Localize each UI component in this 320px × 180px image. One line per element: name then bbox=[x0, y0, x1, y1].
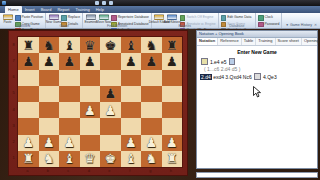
move-now-button[interactable]: Move Now bbox=[98, 14, 109, 24]
examine-button[interactable]: Examine bbox=[85, 14, 96, 24]
square-e2[interactable] bbox=[100, 135, 121, 151]
chess-board: 87654321 ♜♞♝♛♚♝♞♜♟♟♟♟♟♟♟♟♟♟♟♟♟♟♟♟♜♞♝♛♚♝♞… bbox=[8, 30, 188, 176]
move-line-current: 2.d4 exd4 3.Qxd4 Nc6 4.Qe3 bbox=[200, 73, 317, 81]
square-g6[interactable] bbox=[141, 70, 162, 86]
square-e3[interactable] bbox=[100, 118, 121, 134]
square-c6[interactable] bbox=[59, 70, 80, 86]
square-c2[interactable]: ♟ bbox=[59, 135, 80, 151]
square-h3[interactable] bbox=[162, 118, 183, 134]
panel-tab-training[interactable]: Training bbox=[256, 38, 275, 45]
square-a8[interactable]: ♜ bbox=[18, 37, 39, 53]
white-rook: ♜ bbox=[22, 152, 34, 165]
quick-access-toolbar bbox=[95, 1, 113, 5]
repertoire-database-button[interactable]: Repertoire Database bbox=[111, 15, 149, 21]
board-squares: ♜♞♝♛♚♝♞♜♟♟♟♟♟♟♟♟♟♟♟♟♟♟♟♟♜♞♝♛♚♝♞♜ bbox=[17, 36, 183, 168]
paste-position-button[interactable]: Paste Position bbox=[15, 15, 43, 21]
white-pawn: ♟ bbox=[84, 104, 96, 117]
square-h4[interactable] bbox=[162, 102, 183, 118]
move-text-opening[interactable]: 1.e4 e5 bbox=[210, 59, 227, 65]
square-e4[interactable]: ♟ bbox=[100, 102, 121, 118]
square-g7[interactable]: ♟ bbox=[141, 53, 162, 69]
square-a7[interactable]: ♟ bbox=[18, 53, 39, 69]
qat-save-icon[interactable] bbox=[95, 1, 99, 5]
ribbon-group-label: Engines bbox=[152, 24, 218, 28]
white-pawn: ♟ bbox=[104, 104, 116, 117]
square-d5[interactable] bbox=[80, 86, 101, 102]
square-a6[interactable] bbox=[18, 70, 39, 86]
rank-label-4: 4 bbox=[10, 101, 17, 117]
square-b5[interactable] bbox=[39, 86, 60, 102]
ribbon-group-find-position: ExamineMove NowRepertoire DatabaseAnnota… bbox=[83, 13, 152, 28]
black-bishop: ♝ bbox=[125, 39, 137, 52]
small-button-label: Paste Position bbox=[22, 16, 44, 19]
clock-icon bbox=[258, 15, 264, 21]
square-e5[interactable]: ♟ bbox=[100, 86, 121, 102]
white-pawn: ♟ bbox=[125, 136, 137, 149]
game-history-label: Game History bbox=[290, 23, 312, 27]
square-e7[interactable] bbox=[100, 53, 121, 69]
white-pawn: ♟ bbox=[166, 136, 178, 149]
ribbon-group-items: Repertoire DatabaseAnnotated DatabaseIn … bbox=[111, 14, 149, 24]
file-labels: abcdefgh bbox=[17, 167, 181, 175]
square-h8[interactable]: ♜ bbox=[162, 37, 183, 53]
square-d7[interactable]: ♟ bbox=[80, 53, 101, 69]
switch-off-icon bbox=[180, 15, 186, 21]
square-a2[interactable]: ♟ bbox=[18, 135, 39, 151]
repertoire-icon bbox=[111, 15, 117, 21]
square-b2[interactable]: ♟ bbox=[39, 135, 60, 151]
panel-tab-notation[interactable]: Notation bbox=[197, 38, 218, 45]
black-pawn: ♟ bbox=[84, 55, 96, 68]
switch-off-engine-button: Switch Off Engine bbox=[180, 15, 216, 21]
file-label-h: h bbox=[161, 167, 182, 175]
square-f5[interactable] bbox=[121, 86, 142, 102]
notation-panel: Notation + Opening Book NotationReferenc… bbox=[196, 30, 318, 169]
square-c1[interactable]: ♝ bbox=[59, 151, 80, 167]
square-f1[interactable]: ♝ bbox=[121, 151, 142, 167]
edit-data-icon bbox=[221, 15, 227, 21]
ribbon-tab-training[interactable]: Training bbox=[72, 6, 92, 13]
replace-button[interactable]: Replace bbox=[61, 15, 80, 21]
ribbon-group-game: New GameReplaceDetailsGame bbox=[46, 13, 83, 28]
ribbon-group-label: Game bbox=[46, 24, 82, 28]
paste-button[interactable]: Paste bbox=[2, 14, 13, 24]
square-b6[interactable] bbox=[39, 70, 60, 86]
white-bishop: ♝ bbox=[63, 152, 75, 165]
game-header: Enter New Game bbox=[197, 49, 317, 55]
edit-game-data-button[interactable]: Edit Game Data bbox=[221, 15, 253, 21]
small-button-label: Repertoire Database bbox=[118, 16, 149, 19]
move-line-main: 1.e4 e5 bbox=[200, 58, 317, 66]
square-f2[interactable]: ♟ bbox=[121, 135, 142, 151]
square-c8[interactable]: ♝ bbox=[59, 37, 80, 53]
black-pawn: ♟ bbox=[104, 87, 116, 100]
black-pawn: ♟ bbox=[145, 55, 157, 68]
black-king: ♚ bbox=[104, 39, 116, 52]
rank-label-1: 1 bbox=[10, 150, 17, 166]
panel-tab-score-sheet[interactable]: Score sheet bbox=[276, 38, 302, 45]
small-button-label: Password bbox=[265, 23, 280, 26]
square-f4[interactable] bbox=[121, 102, 142, 118]
black-rook: ♜ bbox=[22, 39, 34, 52]
panel-tab-bar: NotationReferenceTableTrainingScore shee… bbox=[197, 38, 317, 46]
black-queen: ♛ bbox=[84, 39, 96, 52]
square-b8[interactable]: ♞ bbox=[39, 37, 60, 53]
qat-undo-icon[interactable] bbox=[102, 1, 106, 5]
paste-position-icon bbox=[15, 15, 21, 21]
square-d6[interactable] bbox=[80, 70, 101, 86]
square-h7[interactable]: ♟ bbox=[162, 53, 183, 69]
ribbon-group-items: ReplaceDetails bbox=[61, 14, 80, 24]
black-pawn: ♟ bbox=[22, 55, 34, 68]
white-rook: ♜ bbox=[166, 152, 178, 165]
square-c3[interactable] bbox=[59, 118, 80, 134]
rank-labels: 87654321 bbox=[10, 36, 17, 166]
rank-label-7: 7 bbox=[10, 52, 17, 68]
black-knight: ♞ bbox=[145, 39, 157, 52]
ribbon-tab-report[interactable]: Report bbox=[54, 6, 72, 13]
notation-moves: 1.e4 e5 ( 1...c6 2.d4 d5 ) 2.d4 exd4 3.Q… bbox=[197, 58, 317, 81]
close-icon[interactable]: ✕ bbox=[314, 23, 317, 27]
white-king: ♚ bbox=[104, 152, 116, 165]
ribbon-group-label: Clipboard bbox=[0, 24, 45, 28]
square-a4[interactable] bbox=[18, 102, 39, 118]
panel-tab-reference[interactable]: Reference bbox=[218, 38, 241, 45]
square-d3[interactable] bbox=[80, 118, 101, 134]
square-d4[interactable]: ♟ bbox=[80, 102, 101, 118]
black-pawn: ♟ bbox=[43, 55, 55, 68]
square-c5[interactable] bbox=[59, 86, 80, 102]
new-game-button[interactable]: New Game bbox=[48, 14, 59, 24]
ribbon-tab-insert[interactable]: Insert bbox=[22, 6, 38, 13]
square-a5[interactable] bbox=[18, 86, 39, 102]
black-rook: ♜ bbox=[166, 39, 178, 52]
small-button-label: Replace bbox=[68, 16, 80, 19]
square-a3[interactable] bbox=[18, 118, 39, 134]
black-pawn: ♟ bbox=[125, 55, 137, 68]
square-h5[interactable] bbox=[162, 86, 183, 102]
square-a1[interactable]: ♜ bbox=[18, 151, 39, 167]
square-b3[interactable] bbox=[39, 118, 60, 134]
small-button-label: Clock bbox=[265, 16, 273, 19]
ribbon-group-label: Database bbox=[219, 24, 255, 28]
black-knight: ♞ bbox=[43, 39, 55, 52]
file-label-b: b bbox=[38, 167, 59, 175]
panel-tab-table[interactable]: Table bbox=[242, 38, 257, 45]
black-pawn: ♟ bbox=[63, 55, 75, 68]
file-label-d: d bbox=[79, 167, 100, 175]
variation-text[interactable]: ( 1...c6 2.d4 d5 ) bbox=[204, 66, 240, 72]
square-e1[interactable]: ♚ bbox=[100, 151, 121, 167]
ribbon-group-items: Edit Game DataSave GameContribute Game bbox=[221, 14, 253, 24]
file-label-e: e bbox=[99, 167, 120, 175]
square-g1[interactable]: ♞ bbox=[141, 151, 162, 167]
black-bishop: ♝ bbox=[63, 39, 75, 52]
square-g5[interactable] bbox=[141, 86, 162, 102]
ribbon-group-label: Find Position bbox=[83, 24, 151, 28]
book-move-text[interactable]: 4.Qe3 bbox=[263, 74, 277, 80]
ribbon-group-database: Edit Game DataSave GameContribute GameDa… bbox=[219, 13, 256, 28]
black-pawn: ♟ bbox=[166, 55, 178, 68]
file-label-c: c bbox=[58, 167, 79, 175]
small-button-label: Switch Off Engine bbox=[186, 16, 213, 19]
white-knight: ♞ bbox=[145, 152, 157, 165]
ribbon-group-items: Switch Off EngineAnnotate w. EngineCreat… bbox=[180, 14, 216, 24]
clock-button[interactable]: Clock bbox=[258, 15, 279, 21]
file-label-f: f bbox=[120, 167, 141, 175]
game-history-tab[interactable]: ▾ Game History ✕ bbox=[283, 13, 320, 28]
book-icon[interactable] bbox=[229, 58, 236, 65]
rank-label-2: 2 bbox=[10, 134, 17, 150]
ribbon-tab-bar: HomeInsertBoardReportTrainingHelp bbox=[0, 6, 320, 13]
ribbon-tab-board[interactable]: Board bbox=[38, 6, 55, 13]
move-line-variation[interactable]: ( 1...c6 2.d4 d5 ) bbox=[200, 66, 317, 73]
square-f8[interactable]: ♝ bbox=[121, 37, 142, 53]
ribbon-tab-home[interactable]: Home bbox=[5, 6, 22, 13]
rank-label-3: 3 bbox=[10, 117, 17, 133]
rank-label-8: 8 bbox=[10, 36, 17, 52]
square-h2[interactable]: ♟ bbox=[162, 135, 183, 151]
square-c4[interactable] bbox=[59, 102, 80, 118]
square-e6[interactable] bbox=[100, 70, 121, 86]
replace-icon bbox=[61, 15, 67, 21]
password-icon bbox=[258, 22, 264, 28]
square-d2[interactable] bbox=[80, 135, 101, 151]
white-pawn: ♟ bbox=[63, 136, 75, 149]
ribbon: PastePaste PositionCopy GameCopy Positio… bbox=[0, 13, 320, 29]
ribbon-group-items: Paste PositionCopy GameCopy Position bbox=[15, 14, 43, 24]
square-b7[interactable]: ♟ bbox=[39, 53, 60, 69]
ribbon-group-engines: Default KibitzerAdd KibitzerSwitch Off E… bbox=[152, 13, 219, 28]
file-label-a: a bbox=[17, 167, 38, 175]
ribbon-tab-help[interactable]: Help bbox=[93, 6, 107, 13]
app-icon[interactable] bbox=[2, 1, 6, 5]
square-g3[interactable] bbox=[141, 118, 162, 134]
white-bishop: ♝ bbox=[125, 152, 137, 165]
white-pawn: ♟ bbox=[43, 136, 55, 149]
square-c7[interactable]: ♟ bbox=[59, 53, 80, 69]
square-d8[interactable]: ♛ bbox=[80, 37, 101, 53]
square-g4[interactable] bbox=[141, 102, 162, 118]
bottom-pane[interactable] bbox=[196, 172, 318, 178]
panel-caption[interactable]: Notation + Opening Book bbox=[197, 31, 317, 38]
square-f6[interactable] bbox=[121, 70, 142, 86]
ribbon-group-misc: ClockPassword bbox=[256, 13, 282, 28]
square-b1[interactable]: ♞ bbox=[39, 151, 60, 167]
reference-icon[interactable] bbox=[254, 73, 261, 80]
white-pawn: ♟ bbox=[22, 136, 34, 149]
rank-label-5: 5 bbox=[10, 85, 17, 101]
square-h6[interactable] bbox=[162, 70, 183, 86]
file-label-g: g bbox=[140, 167, 161, 175]
chevron-down-icon: ▾ bbox=[286, 23, 288, 27]
ribbon-group-items: ClockPassword bbox=[258, 14, 279, 24]
white-queen: ♛ bbox=[84, 152, 96, 165]
password-button[interactable]: Password bbox=[258, 22, 279, 28]
white-knight: ♞ bbox=[43, 152, 55, 165]
rank-label-6: 6 bbox=[10, 69, 17, 85]
continuation-text[interactable]: exd4 3.Qxd4 Nc6 bbox=[213, 74, 252, 80]
annotation-icon[interactable] bbox=[201, 58, 208, 65]
current-move[interactable]: 2.d4 bbox=[200, 74, 212, 80]
square-e8[interactable]: ♚ bbox=[100, 37, 121, 53]
square-f3[interactable] bbox=[121, 118, 142, 134]
square-g2[interactable]: ♟ bbox=[141, 135, 162, 151]
small-button-label: Edit Game Data bbox=[227, 16, 251, 19]
panel-tab-opening-book[interactable]: Opening Book bbox=[302, 38, 320, 45]
square-b4[interactable] bbox=[39, 102, 60, 118]
white-pawn: ♟ bbox=[145, 136, 157, 149]
square-f7[interactable]: ♟ bbox=[121, 53, 142, 69]
square-h1[interactable]: ♜ bbox=[162, 151, 183, 167]
add-kibitzer-button[interactable]: Add Kibitzer bbox=[167, 14, 178, 24]
qat-redo-icon[interactable] bbox=[109, 1, 113, 5]
ribbon-group-clipboard: PastePaste PositionCopy GameCopy Positio… bbox=[0, 13, 46, 28]
square-d1[interactable]: ♛ bbox=[80, 151, 101, 167]
square-g8[interactable]: ♞ bbox=[141, 37, 162, 53]
